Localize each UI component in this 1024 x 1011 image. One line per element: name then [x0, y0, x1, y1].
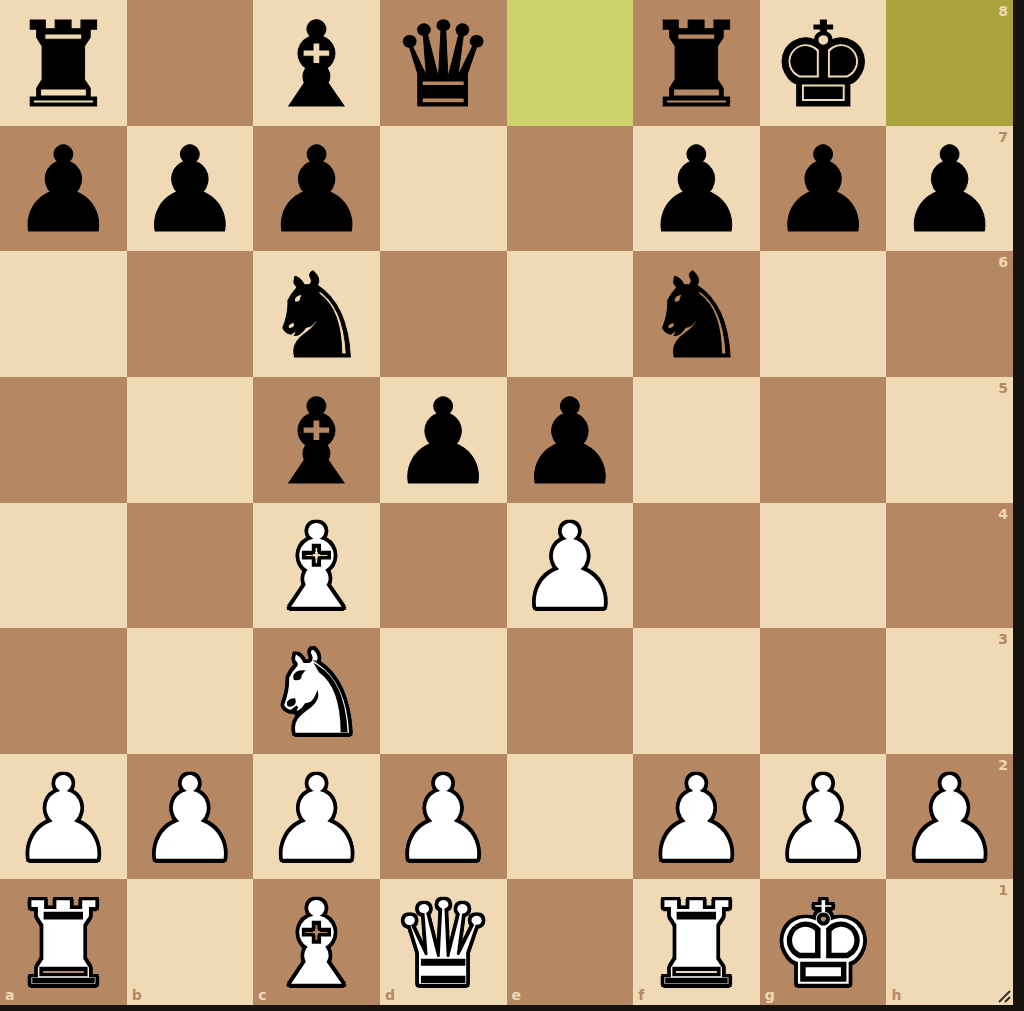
piece-black-knight[interactable]: ♞ [264, 257, 370, 375]
square-e4[interactable]: ♟ [507, 503, 634, 629]
piece-black-pawn[interactable]: ♟ [644, 131, 750, 249]
file-label-c: c [258, 988, 266, 1002]
square-g6[interactable] [760, 251, 887, 377]
square-a4[interactable] [0, 503, 127, 629]
square-d1[interactable]: ♛d [380, 879, 507, 1005]
square-d5[interactable]: ♟ [380, 377, 507, 503]
square-b5[interactable] [127, 377, 254, 503]
piece-white-rook[interactable]: ♜ [10, 885, 116, 1003]
square-f1[interactable]: ♜f [633, 879, 760, 1005]
square-f4[interactable] [633, 503, 760, 629]
square-c3[interactable]: ♞ [253, 628, 380, 754]
square-a2[interactable]: ♟ [0, 754, 127, 880]
board-resize-handle-icon[interactable] [995, 987, 1011, 1003]
square-c7[interactable]: ♟ [253, 126, 380, 252]
piece-black-pawn[interactable]: ♟ [390, 383, 496, 501]
square-c8[interactable]: ♝ [253, 0, 380, 126]
square-h2[interactable]: ♟2 [886, 754, 1013, 880]
square-g1[interactable]: ♚g [760, 879, 887, 1005]
piece-black-pawn[interactable]: ♟ [264, 131, 370, 249]
square-h1[interactable]: 1h [886, 879, 1013, 1005]
file-label-f: f [638, 988, 644, 1002]
piece-white-pawn[interactable]: ♟ [897, 760, 1003, 878]
square-e2[interactable] [507, 754, 634, 880]
piece-white-pawn[interactable]: ♟ [137, 760, 243, 878]
file-label-g: g [765, 988, 775, 1002]
square-d4[interactable] [380, 503, 507, 629]
square-c6[interactable]: ♞ [253, 251, 380, 377]
file-label-d: d [385, 988, 395, 1002]
square-e8[interactable] [507, 0, 634, 126]
square-f6[interactable]: ♞ [633, 251, 760, 377]
square-b3[interactable] [127, 628, 254, 754]
file-label-h: h [891, 988, 901, 1002]
square-g8[interactable]: ♚ [760, 0, 887, 126]
rank-label-7: 7 [998, 130, 1008, 144]
file-label-e: e [512, 988, 522, 1002]
square-a8[interactable]: ♜ [0, 0, 127, 126]
square-e1[interactable]: e [507, 879, 634, 1005]
square-e6[interactable] [507, 251, 634, 377]
square-g5[interactable] [760, 377, 887, 503]
chess-board: ♜♝♛♜♚8♟♟♟♟♟♟7♞♞6♝♟♟5♝♟4♞3♟♟♟♟♟♟♟2♜ab♝c♛d… [0, 0, 1013, 1005]
app-background: ♜♝♛♜♚8♟♟♟♟♟♟7♞♞6♝♟♟5♝♟4♞3♟♟♟♟♟♟♟2♜ab♝c♛d… [0, 0, 1024, 1011]
piece-white-pawn[interactable]: ♟ [517, 508, 623, 626]
square-g4[interactable] [760, 503, 887, 629]
square-f8[interactable]: ♜ [633, 0, 760, 126]
square-a3[interactable] [0, 628, 127, 754]
piece-black-pawn[interactable]: ♟ [137, 131, 243, 249]
square-b7[interactable]: ♟ [127, 126, 254, 252]
piece-black-rook[interactable]: ♜ [644, 6, 750, 124]
rank-label-3: 3 [998, 632, 1008, 646]
piece-black-queen[interactable]: ♛ [390, 6, 496, 124]
square-e3[interactable] [507, 628, 634, 754]
piece-white-queen[interactable]: ♛ [390, 885, 496, 1003]
rank-label-5: 5 [998, 381, 1008, 395]
square-a6[interactable] [0, 251, 127, 377]
square-d8[interactable]: ♛ [380, 0, 507, 126]
piece-black-bishop[interactable]: ♝ [264, 6, 370, 124]
piece-black-bishop[interactable]: ♝ [264, 383, 370, 501]
file-label-a: a [5, 988, 14, 1002]
piece-white-bishop[interactable]: ♝ [264, 885, 370, 1003]
square-a7[interactable]: ♟ [0, 126, 127, 252]
square-c1[interactable]: ♝c [253, 879, 380, 1005]
square-c4[interactable]: ♝ [253, 503, 380, 629]
piece-white-rook[interactable]: ♜ [644, 885, 750, 1003]
square-g2[interactable]: ♟ [760, 754, 887, 880]
rank-label-2: 2 [998, 758, 1008, 772]
square-a5[interactable] [0, 377, 127, 503]
square-d7[interactable] [380, 126, 507, 252]
piece-black-pawn[interactable]: ♟ [770, 131, 876, 249]
square-f5[interactable] [633, 377, 760, 503]
rank-label-4: 4 [998, 507, 1008, 521]
square-f3[interactable] [633, 628, 760, 754]
piece-white-pawn[interactable]: ♟ [264, 760, 370, 878]
square-c5[interactable]: ♝ [253, 377, 380, 503]
square-h8[interactable]: 8 [886, 0, 1013, 126]
piece-black-pawn[interactable]: ♟ [10, 131, 116, 249]
rank-label-8: 8 [998, 4, 1008, 18]
square-g7[interactable]: ♟ [760, 126, 887, 252]
square-h7[interactable]: ♟7 [886, 126, 1013, 252]
square-b1[interactable]: b [127, 879, 254, 1005]
square-b6[interactable] [127, 251, 254, 377]
square-e7[interactable] [507, 126, 634, 252]
piece-white-knight[interactable]: ♞ [264, 634, 370, 752]
square-f7[interactable]: ♟ [633, 126, 760, 252]
square-d3[interactable] [380, 628, 507, 754]
square-a1[interactable]: ♜a [0, 879, 127, 1005]
square-h4[interactable]: 4 [886, 503, 1013, 629]
piece-black-pawn[interactable]: ♟ [517, 383, 623, 501]
square-c2[interactable]: ♟ [253, 754, 380, 880]
piece-white-pawn[interactable]: ♟ [10, 760, 116, 878]
square-b4[interactable] [127, 503, 254, 629]
square-b8[interactable] [127, 0, 254, 126]
square-h5[interactable]: 5 [886, 377, 1013, 503]
square-g3[interactable] [760, 628, 887, 754]
piece-white-pawn[interactable]: ♟ [390, 760, 496, 878]
square-d2[interactable]: ♟ [380, 754, 507, 880]
piece-white-bishop[interactable]: ♝ [264, 508, 370, 626]
file-label-b: b [132, 988, 142, 1002]
square-d6[interactable] [380, 251, 507, 377]
piece-white-king[interactable]: ♚ [770, 885, 876, 1003]
square-e5[interactable]: ♟ [507, 377, 634, 503]
piece-black-rook[interactable]: ♜ [10, 6, 116, 124]
square-h6[interactable]: 6 [886, 251, 1013, 377]
rank-label-6: 6 [998, 255, 1008, 269]
rank-label-1: 1 [998, 883, 1008, 897]
square-h3[interactable]: 3 [886, 628, 1013, 754]
piece-black-pawn[interactable]: ♟ [897, 131, 1003, 249]
piece-white-pawn[interactable]: ♟ [770, 760, 876, 878]
square-f2[interactable]: ♟ [633, 754, 760, 880]
square-b2[interactable]: ♟ [127, 754, 254, 880]
piece-white-pawn[interactable]: ♟ [644, 760, 750, 878]
piece-black-king[interactable]: ♚ [770, 6, 876, 124]
piece-black-knight[interactable]: ♞ [644, 257, 750, 375]
